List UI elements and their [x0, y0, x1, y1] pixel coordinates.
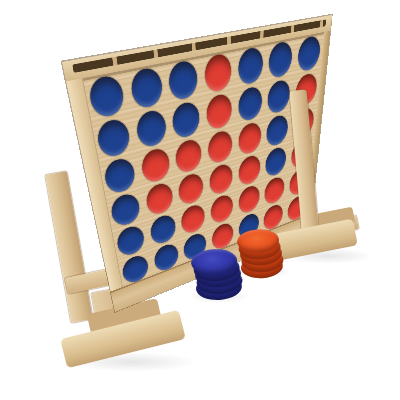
blue-disc	[87, 74, 126, 120]
left-leg-post	[45, 171, 93, 323]
blue-disc	[129, 66, 163, 110]
red-disc	[238, 121, 261, 157]
red-disc	[204, 52, 231, 93]
red-disc	[208, 129, 233, 166]
blue-disc	[238, 85, 262, 123]
blue-disc	[238, 46, 263, 86]
blue-disc	[267, 78, 290, 115]
blue-disc	[95, 117, 131, 160]
red-disc	[175, 137, 202, 175]
blue-disc	[168, 59, 199, 102]
blue-disc	[297, 35, 321, 73]
connect-four-product-photo	[0, 0, 400, 400]
red-disc-stack	[236, 226, 292, 282]
blue-disc	[268, 40, 292, 79]
red-disc	[206, 92, 232, 131]
blue-disc	[172, 100, 201, 140]
blue-disc	[135, 108, 167, 149]
